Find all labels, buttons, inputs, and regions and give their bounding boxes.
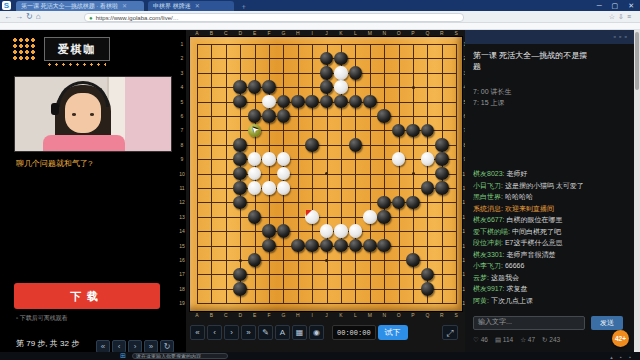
board-coordinate-label: O (394, 30, 404, 36)
board-tool-button[interactable]: › (224, 325, 239, 340)
last-move-marker-icon (306, 210, 312, 216)
board-coordinate-label: S (451, 30, 461, 36)
board-toolbar: «‹›»✎A▦◉00:00:00试下 ⤢ (190, 322, 462, 344)
board-tool-button[interactable]: « (190, 325, 205, 340)
black-stone-N12[interactable] (377, 196, 391, 210)
white-stone-G9[interactable] (277, 152, 291, 166)
board-coordinate-label: 13 (177, 214, 187, 220)
board-stage: AABBCCDDEEFFGGHHIIJJKKLLMMNNOOPPQQRRSS11… (186, 30, 465, 352)
stat-▤[interactable]: ▤ 114 (495, 336, 513, 343)
schedule-line: 7: 00 讲长生 (473, 86, 512, 97)
black-stone-J3[interactable] (320, 66, 334, 80)
stat-↻[interactable]: ↻ 243 (542, 336, 560, 343)
board-coordinate-label: 4 (177, 84, 187, 90)
chat-message: 小李飞刀: 66666 (473, 260, 628, 272)
black-stone-R8[interactable] (435, 138, 449, 152)
board-coordinate-label: R (437, 312, 447, 318)
presenter-eye (72, 113, 76, 116)
board-coordinate-label: B (206, 312, 216, 318)
logo-underline-dots (46, 63, 106, 66)
chat-stats: ♡ 46▤ 114☆ 47↻ 243 (473, 336, 567, 344)
white-stone-L14[interactable] (349, 224, 363, 238)
black-stone-R11[interactable] (435, 181, 449, 195)
forward-icon[interactable]: → (15, 12, 26, 21)
board-tool-button[interactable]: ▦ (292, 325, 307, 340)
black-stone-Q11[interactable] (421, 181, 435, 195)
lesson-title: 第一课 死活大全—挑战的不是摆 题 (473, 50, 628, 72)
headphone-earcup (51, 103, 59, 115)
board-coordinate-label: 10 (177, 171, 187, 177)
board-coordinate-label: I (307, 30, 317, 36)
black-stone-K5[interactable] (334, 95, 348, 109)
page-content: 爱棋咖 聊几个问题就和气了? 下载 ▫ 下载后可离线观看 第 79 步, 共 3… (0, 30, 640, 352)
page-scrollbar[interactable] (634, 30, 640, 352)
board-coordinate-label: N (379, 30, 389, 36)
download-button[interactable]: 下载 (14, 283, 160, 309)
chat-panel: ▫▫▫ 第一课 死活大全—挑战的不是摆 题 7: 00 讲长生7: 15 上课 … (465, 30, 634, 352)
black-stone-G14[interactable] (277, 224, 291, 238)
board-coordinate-label: G (278, 30, 288, 36)
black-stone-D8[interactable] (233, 138, 247, 152)
black-stone-I8[interactable] (305, 138, 319, 152)
browser-titlebar: S 第一课 死活大全—挑战棋题 · 看棋啦✕ 申棋界 棋牌迷✕ ＋ ─ ▢ ✕ (0, 0, 640, 11)
board-tool-button[interactable]: » (241, 325, 256, 340)
white-stone-G11[interactable] (277, 181, 291, 195)
board-coordinate-label: 6 (177, 113, 187, 119)
black-stone-F6[interactable] (262, 109, 276, 123)
board-tool-button[interactable]: ‹ (207, 325, 222, 340)
white-stone-F9[interactable] (262, 152, 276, 166)
chat-message: 爱下棋的喵: 中间白棋死了吧 (473, 226, 628, 238)
black-stone-R9[interactable] (435, 152, 449, 166)
chat-message: 小目飞刀: 这是摆的小猫吗 太可爱了 (473, 180, 628, 192)
star-point (412, 86, 415, 89)
chat-message: 阿黄: 下次几点上课 (473, 295, 628, 307)
board-coordinate-label: A (192, 312, 202, 318)
room-background (125, 77, 171, 152)
black-stone-D12[interactable] (233, 196, 247, 210)
board-coordinate-label: J (322, 312, 332, 318)
site-logo[interactable]: 爱棋咖 (44, 37, 110, 61)
board-coordinate-label: 17 (177, 271, 187, 277)
board-coordinate-label: D (235, 312, 245, 318)
black-stone-M15[interactable] (363, 239, 377, 253)
tab-close-icon[interactable]: ✕ (195, 3, 200, 9)
browser-window: S 第一课 死活大全—挑战棋题 · 看棋啦✕ 申棋界 棋牌迷✕ ＋ ─ ▢ ✕ … (0, 0, 640, 360)
board-coordinate-label: 8 (177, 142, 187, 148)
refresh-icon[interactable]: ↻ (26, 12, 36, 21)
address-bar[interactable]: ●https://www.igolaba.com/live/… (84, 13, 464, 22)
black-stone-E13[interactable] (248, 210, 262, 224)
move-playback-controls: «‹›»↻ (96, 335, 176, 353)
go-board[interactable]: AABBCCDDEEFFGGHHIIJJKKLLMMNNOOPPQQRRSS11… (190, 37, 462, 311)
board-coordinate-label: 9 (177, 156, 187, 162)
tab-close-icon[interactable]: ✕ (122, 3, 127, 9)
chat-message: 棋友3301: 老师声音很清楚 (473, 249, 628, 261)
board-tool-button[interactable]: A (275, 325, 290, 340)
download-note: ▫ 下载后可离线观看 (16, 314, 68, 323)
board-coordinate-label: C (221, 312, 231, 318)
black-stone-E16[interactable] (248, 253, 262, 267)
white-stone-K4[interactable] (334, 80, 348, 94)
chat-message: 棋友9917: 求复盘 (473, 283, 628, 295)
black-stone-P16[interactable] (406, 253, 420, 267)
board-coordinate-label: 15 (177, 243, 187, 249)
taskbar-search[interactable]: 请在这里输入你要搜索的内容 (132, 353, 228, 359)
black-stone-D11[interactable] (233, 181, 247, 195)
black-stone-E6[interactable] (248, 109, 262, 123)
white-stone-Q9[interactable] (421, 152, 435, 166)
presenter-shirt (43, 135, 125, 152)
chat-message: 段位冲刺: E7这手棋什么意思 (473, 237, 628, 249)
board-coordinate-label: 11 (177, 185, 187, 191)
board-coordinate-label: 2 (177, 55, 187, 61)
browser-tab-1[interactable]: 第一课 死活大全—挑战棋题 · 看棋啦✕ (16, 1, 144, 11)
secure-lock-icon: ● (89, 15, 93, 21)
move-counter: 第 79 步, 共 32 步 (16, 338, 79, 349)
board-coordinate-label: S (451, 312, 461, 318)
presenter-eye (90, 113, 94, 116)
system-tray[interactable]: ▴ ▪ ▪ (610, 354, 634, 360)
black-stone-M5[interactable] (363, 95, 377, 109)
board-coordinate-label: B (206, 30, 216, 36)
left-panel: 爱棋咖 聊几个问题就和气了? 下载 ▫ 下载后可离线观看 第 79 步, 共 3… (0, 30, 186, 352)
chat-message: 系统消息: 欢迎来到直播间 (473, 203, 628, 215)
board-coordinate-label: C (221, 30, 231, 36)
chat-message: 云梦: 这题我会 (473, 272, 628, 284)
board-coordinate-label: F (264, 312, 274, 318)
lesson-schedule: 7: 00 讲长生7: 15 上课 (473, 86, 512, 108)
board-coordinate-label: 7 (177, 127, 187, 133)
presenter-caption: 聊几个问题就和气了? (16, 158, 184, 169)
board-coordinate-label: E (250, 312, 260, 318)
chat-message-list: 棋友8023: 老师好小目飞刀: 这是摆的小猫吗 太可爱了黑白世界: 哈哈哈哈系… (473, 168, 628, 306)
board-coordinate-label: R (437, 30, 447, 36)
black-stone-H5[interactable] (291, 95, 305, 109)
board-coordinate-label: H (293, 312, 303, 318)
board-coordinate-label: P (408, 312, 418, 318)
white-stone-M13[interactable] (363, 210, 377, 224)
window-controls[interactable]: ─ ▢ ✕ (597, 0, 638, 11)
back-icon[interactable]: ← (4, 12, 15, 21)
chat-message: 棋友6677: 白棋的眼位在哪里 (473, 214, 628, 226)
black-stone-N13[interactable] (377, 210, 391, 224)
board-coordinate-label: I (307, 312, 317, 318)
board-coordinate-label: 19 (177, 300, 187, 306)
url-text: https://www.igolaba.com/live/… (96, 15, 179, 21)
board-coordinate-label: 3 (177, 70, 187, 76)
tab-label: 第一课 死活大全—挑战棋题 · 看棋啦 (21, 3, 118, 9)
board-coordinate-label: G (278, 312, 288, 318)
black-stone-D18[interactable] (233, 282, 247, 296)
star-point (325, 259, 328, 262)
board-coordinate-label: L (350, 30, 360, 36)
taskbar-app-icons (234, 354, 288, 360)
board-coordinate-label: K (336, 312, 346, 318)
board-coordinate-label: H (293, 30, 303, 36)
headphones-icon (57, 81, 109, 107)
black-stone-H15[interactable] (291, 239, 305, 253)
board-coordinate-label: 12 (177, 199, 187, 205)
board-coordinate-label: Q (422, 30, 432, 36)
board-coordinate-label: J (322, 30, 332, 36)
download-icon[interactable]: ⇩ (618, 13, 627, 20)
white-stone-I13[interactable] (305, 210, 319, 224)
board-coordinate-label: 18 (177, 286, 187, 292)
bookmarks-bar: 云阅Sky直播爱奇艺土豆实时热点 (0, 23, 640, 30)
board-coordinate-label: E (250, 30, 260, 36)
board-coordinate-label: 16 (177, 257, 187, 263)
site-logo-dots-icon (12, 37, 36, 61)
board-tool-button[interactable]: ◉ (309, 325, 324, 340)
black-stone-L8[interactable] (349, 138, 363, 152)
chat-message: 黑白世界: 哈哈哈哈 (473, 191, 628, 203)
windows-taskbar: ⊞ 请在这里输入你要搜索的内容 ▴ ▪ ▪ (0, 352, 640, 360)
webcam-video[interactable] (14, 76, 172, 152)
send-button[interactable]: 发送 (591, 316, 623, 330)
mouse-cursor-icon: ➤ (248, 123, 260, 135)
board-coordinate-label: Q (422, 312, 432, 318)
unread-badge[interactable]: 42+ (612, 330, 629, 347)
black-stone-Q18[interactable] (421, 282, 435, 296)
tab-label: 申棋界 棋牌迷 (153, 3, 191, 9)
chat-header: ▫▫▫ (465, 30, 634, 44)
black-stone-D9[interactable] (233, 152, 247, 166)
black-stone-F15[interactable] (262, 239, 276, 253)
black-stone-P12[interactable] (406, 196, 420, 210)
white-stone-K14[interactable] (334, 224, 348, 238)
browser-logo-icon[interactable]: S (2, 1, 11, 10)
board-coordinate-label: M (365, 30, 375, 36)
white-stone-F5[interactable] (262, 95, 276, 109)
board-coordinate-label: O (394, 312, 404, 318)
black-stone-F4[interactable] (262, 80, 276, 94)
board-coordinate-label: 5 (177, 99, 187, 105)
board-coordinate-label: K (336, 30, 346, 36)
board-coordinate-label: 1 (177, 41, 187, 47)
board-coordinate-label: F (264, 30, 274, 36)
time-chip: 00:00:00 (332, 325, 376, 340)
board-coordinate-label: N (379, 312, 389, 318)
browser-navbar: ←→↻⌂ ●https://www.igolaba.com/live/… ☆⇩≡ (0, 11, 640, 23)
stat-☆[interactable]: ☆ 47 (520, 336, 535, 343)
star-point (239, 259, 242, 262)
board-tool-button[interactable]: ✎ (258, 325, 273, 340)
black-stone-K15[interactable] (334, 239, 348, 253)
fullscreen-icon[interactable]: ⤢ (442, 325, 458, 340)
black-stone-G6[interactable] (277, 109, 291, 123)
black-stone-D4[interactable] (233, 80, 247, 94)
board-coordinate-label: 14 (177, 228, 187, 234)
menu-icon[interactable]: ≡ (627, 13, 634, 20)
schedule-line: 7: 15 上课 (473, 97, 512, 108)
home-icon[interactable]: ⌂ (36, 12, 44, 21)
favorite-star-icon[interactable]: ☆ (609, 13, 618, 20)
try-move-button[interactable]: 试下 (378, 325, 408, 340)
star-point (412, 172, 415, 175)
board-coordinate-label: L (350, 312, 360, 318)
black-stone-P7[interactable] (406, 124, 420, 138)
more-icon[interactable]: ▫ (625, 33, 630, 40)
black-stone-L3[interactable] (349, 66, 363, 80)
board-coordinate-label: P (408, 30, 418, 36)
stat-♡[interactable]: ♡ 46 (473, 336, 488, 343)
scrollbar-thumb[interactable] (635, 32, 639, 90)
start-button-icon[interactable]: ⊞ (120, 352, 126, 360)
white-stone-E11[interactable] (248, 181, 262, 195)
browser-tab-2[interactable]: 申棋界 棋牌迷✕ (148, 1, 234, 11)
board-coordinate-label: A (192, 30, 202, 36)
board-coordinate-label: D (235, 30, 245, 36)
white-stone-K3[interactable] (334, 66, 348, 80)
black-stone-R10[interactable] (435, 167, 449, 181)
black-stone-F14[interactable] (262, 224, 276, 238)
black-stone-N6[interactable] (377, 109, 391, 123)
black-stone-D17[interactable] (233, 268, 247, 282)
chat-input[interactable]: 输入文字... (473, 316, 585, 330)
chat-message: 棋友8023: 老师好 (473, 168, 628, 180)
white-stone-F11[interactable] (262, 181, 276, 195)
board-coordinate-label: M (365, 312, 375, 318)
black-stone-K2[interactable] (334, 52, 348, 66)
